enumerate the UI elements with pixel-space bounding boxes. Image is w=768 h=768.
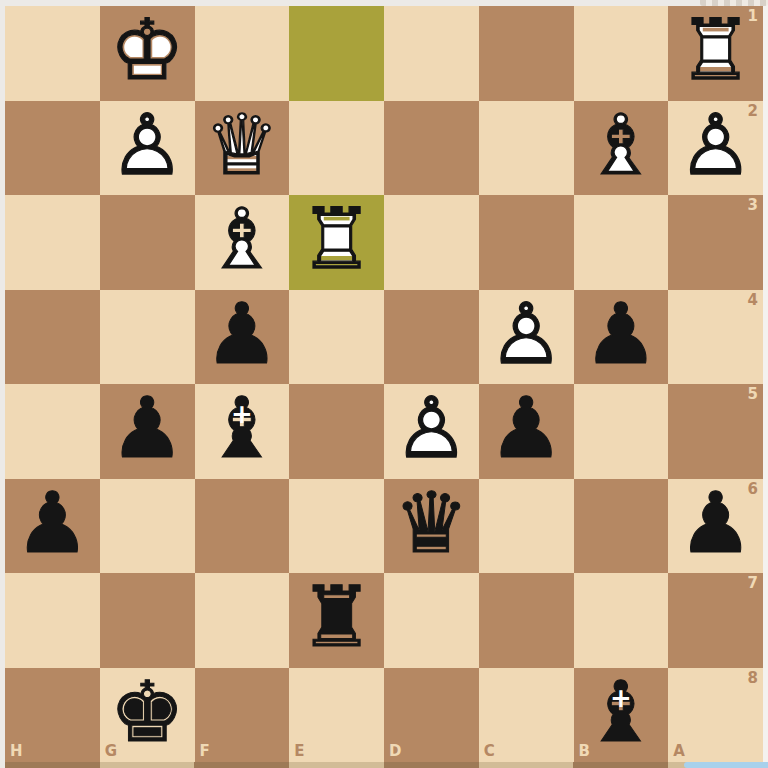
square-f5[interactable]: ♝+: [195, 384, 290, 479]
file-label-f: F: [200, 744, 210, 759]
square-h7[interactable]: [5, 573, 100, 668]
square-e3[interactable]: ♜♖: [289, 195, 384, 290]
square-a6[interactable]: ♟6: [668, 479, 763, 574]
square-c5[interactable]: ♟: [479, 384, 574, 479]
square-d6[interactable]: ♛: [384, 479, 479, 574]
white-pawn-outline: ♙: [479, 287, 574, 382]
piece-white-queen-f2[interactable]: ♛♕: [195, 101, 290, 196]
square-f8[interactable]: F: [195, 668, 290, 763]
square-a4[interactable]: 4: [668, 290, 763, 385]
white-bishop-outline: ♗: [574, 98, 669, 193]
black-pawn-glyph: ♟: [574, 287, 669, 382]
piece-black-queen-d6[interactable]: ♛: [384, 479, 479, 574]
piece-black-pawn-g5[interactable]: ♟: [100, 384, 195, 479]
square-a3[interactable]: 3: [668, 195, 763, 290]
piece-white-rook-e3[interactable]: ♜♖: [289, 195, 384, 290]
square-g4[interactable]: [100, 290, 195, 385]
square-b1[interactable]: [574, 6, 669, 101]
square-f2[interactable]: ♛♕: [195, 101, 290, 196]
square-e1[interactable]: [289, 6, 384, 101]
square-h1[interactable]: [5, 6, 100, 101]
piece-white-bishop-b2[interactable]: ♝♗: [574, 101, 669, 196]
rank-label-2: 2: [748, 104, 758, 119]
white-rook-outline: ♖: [289, 192, 384, 287]
square-e6[interactable]: [289, 479, 384, 574]
black-rook-glyph: ♜: [289, 570, 384, 665]
piece-black-pawn-c5[interactable]: ♟: [479, 384, 574, 479]
file-label-c: C: [484, 744, 495, 759]
piece-white-bishop-f3[interactable]: ♝♗: [195, 195, 290, 290]
cropped-toolbar-fragment: [700, 0, 768, 6]
piece-black-rook-e7[interactable]: ♜: [289, 573, 384, 668]
square-h4[interactable]: [5, 290, 100, 385]
piece-white-pawn-d5[interactable]: ♟♙: [384, 384, 479, 479]
file-label-d: D: [389, 744, 401, 759]
square-d4[interactable]: [384, 290, 479, 385]
piece-white-king-g1[interactable]: ♚♔: [100, 6, 195, 101]
white-bishop-outline: ♗: [195, 192, 290, 287]
square-d3[interactable]: [384, 195, 479, 290]
square-f6[interactable]: [195, 479, 290, 574]
square-c1[interactable]: [479, 6, 574, 101]
page-edge-right: [763, 0, 768, 768]
square-c8[interactable]: C: [479, 668, 574, 763]
piece-black-bishop-f5[interactable]: ♝+: [195, 384, 290, 479]
rank-label-1: 1: [748, 9, 758, 24]
piece-white-pawn-g2[interactable]: ♟♙: [100, 101, 195, 196]
square-b5[interactable]: [574, 384, 669, 479]
square-g8[interactable]: ♚G: [100, 668, 195, 763]
square-c4[interactable]: ♟♙: [479, 290, 574, 385]
rank-label-5: 5: [748, 387, 758, 402]
square-a2[interactable]: ♟♙2: [668, 101, 763, 196]
square-b3[interactable]: [574, 195, 669, 290]
square-g3[interactable]: [100, 195, 195, 290]
square-f1[interactable]: [195, 6, 290, 101]
rank-label-8: 8: [748, 671, 758, 686]
file-label-e: E: [294, 744, 304, 759]
square-c2[interactable]: [479, 101, 574, 196]
square-b8[interactable]: ♝+B: [574, 668, 669, 763]
rank-label-4: 4: [748, 293, 758, 308]
square-b6[interactable]: [574, 479, 669, 574]
white-pawn-outline: ♙: [384, 381, 479, 476]
rank-label-3: 3: [748, 198, 758, 213]
square-h8[interactable]: H: [5, 668, 100, 763]
piece-black-pawn-h6[interactable]: ♟: [5, 479, 100, 574]
square-e4[interactable]: [289, 290, 384, 385]
rank-label-6: 6: [748, 482, 758, 497]
chess-board: ♚♔♜♖1♟♙♛♕♝♗♟♙2♝♗♜♖3♟♟♙♟4♟♝+♟♙♟5♟♛♟6♜7H♚G…: [5, 6, 763, 762]
bishop-cross-detail: +: [195, 367, 290, 462]
black-pawn-glyph: ♟: [5, 476, 100, 571]
square-c7[interactable]: [479, 573, 574, 668]
square-a8[interactable]: A8: [668, 668, 763, 763]
black-pawn-glyph: ♟: [479, 381, 574, 476]
square-d2[interactable]: [384, 101, 479, 196]
square-h6[interactable]: ♟: [5, 479, 100, 574]
square-d1[interactable]: [384, 6, 479, 101]
square-f3[interactable]: ♝♗: [195, 195, 290, 290]
horizontal-scrollbar-thumb[interactable]: [684, 762, 768, 768]
square-h3[interactable]: [5, 195, 100, 290]
white-queen-outline: ♕: [195, 98, 290, 193]
black-pawn-glyph: ♟: [100, 381, 195, 476]
square-e7[interactable]: ♜: [289, 573, 384, 668]
square-g2[interactable]: ♟♙: [100, 101, 195, 196]
square-g6[interactable]: [100, 479, 195, 574]
square-h2[interactable]: [5, 101, 100, 196]
square-b2[interactable]: ♝♗: [574, 101, 669, 196]
square-g5[interactable]: ♟: [100, 384, 195, 479]
white-pawn-outline: ♙: [100, 98, 195, 193]
file-label-b: B: [579, 744, 590, 759]
piece-black-pawn-b4[interactable]: ♟: [574, 290, 669, 385]
square-a1[interactable]: ♜♖1: [668, 6, 763, 101]
square-e2[interactable]: [289, 101, 384, 196]
square-e8[interactable]: E: [289, 668, 384, 763]
square-c6[interactable]: [479, 479, 574, 574]
square-d5[interactable]: ♟♙: [384, 384, 479, 479]
rank-label-7: 7: [748, 576, 758, 591]
file-label-g: G: [105, 744, 117, 759]
square-d7[interactable]: [384, 573, 479, 668]
file-label-h: H: [10, 744, 23, 759]
square-g1[interactable]: ♚♔: [100, 6, 195, 101]
square-b4[interactable]: ♟: [574, 290, 669, 385]
square-d8[interactable]: D: [384, 668, 479, 763]
black-queen-glyph: ♛: [384, 476, 479, 571]
piece-white-pawn-c4[interactable]: ♟♙: [479, 290, 574, 385]
square-f7[interactable]: [195, 573, 290, 668]
file-label-a: A: [673, 744, 685, 759]
square-a7[interactable]: 7: [668, 573, 763, 668]
square-g7[interactable]: [100, 573, 195, 668]
board-bottom-shadow: [5, 762, 763, 768]
square-h5[interactable]: [5, 384, 100, 479]
bishop-cross-detail: +: [574, 651, 669, 746]
square-e5[interactable]: [289, 384, 384, 479]
square-c3[interactable]: [479, 195, 574, 290]
square-a5[interactable]: 5: [668, 384, 763, 479]
white-king-outline: ♔: [100, 3, 195, 98]
